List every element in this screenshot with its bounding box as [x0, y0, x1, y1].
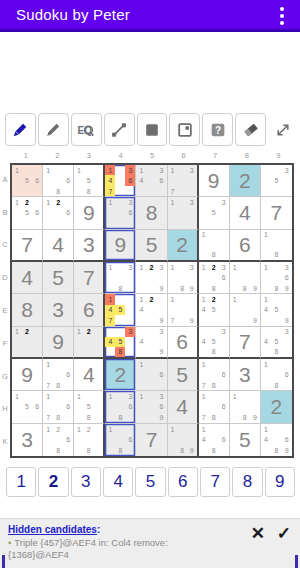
- row-label-E: E: [0, 294, 10, 327]
- panel-corner-mark-left: [2, 555, 5, 568]
- pen-button[interactable]: [5, 113, 36, 146]
- cell-G5[interactable]: 16: [136, 359, 167, 391]
- cell-C6[interactable]: 2: [168, 230, 199, 262]
- candidates: 156: [12, 165, 42, 196]
- candidates: 3458: [261, 327, 292, 357]
- app-screen: Sudoku by Peter EQ? 123456789 ABCDEFGHK …: [0, 0, 300, 568]
- col-label-5: 5: [136, 150, 168, 162]
- candidates: 1346: [136, 165, 166, 196]
- cell-A9[interactable]: 35: [261, 165, 292, 197]
- candidates: 1678: [43, 391, 73, 422]
- cell-A8[interactable]: 2: [230, 165, 261, 197]
- row-label-H: H: [0, 392, 10, 425]
- candidates: 19: [230, 294, 260, 325]
- solved-digit: 8: [136, 197, 166, 228]
- row-label-C: C: [0, 229, 10, 262]
- pen-icon: [11, 121, 29, 139]
- solved-digit: 4: [12, 262, 42, 293]
- cell-H6[interactable]: 4: [168, 391, 199, 423]
- solved-digit: 3: [12, 424, 42, 456]
- cell-C7[interactable]: 18: [199, 230, 230, 262]
- solved-digit: 9: [105, 230, 135, 260]
- cell-H7[interactable]: 1678: [199, 391, 230, 423]
- cell-H4[interactable]: 1368: [105, 391, 136, 423]
- cell-E2[interactable]: 3: [43, 294, 74, 326]
- solved-digit: 7: [230, 327, 260, 357]
- candidates: 1468: [199, 424, 229, 456]
- cell-F5[interactable]: 349: [136, 327, 167, 359]
- cell-E6[interactable]: 179: [168, 294, 199, 326]
- candidates: 1678: [43, 359, 73, 390]
- cell-K3[interactable]: 128: [74, 424, 105, 456]
- cell-G1[interactable]: 9: [12, 359, 43, 391]
- cell-F7[interactable]: 3458: [199, 327, 230, 359]
- row-label-F: F: [0, 327, 10, 360]
- solved-digit: 4: [74, 359, 103, 390]
- header-bar: Sudoku by Peter: [0, 0, 300, 32]
- candidates: 128: [74, 424, 103, 456]
- cell-G9[interactable]: 168: [261, 359, 292, 391]
- pencil-button[interactable]: [38, 113, 69, 146]
- cell-color-button[interactable]: [137, 113, 168, 146]
- cell-B9[interactable]: 7: [261, 197, 292, 229]
- cell-D8[interactable]: 189: [230, 262, 261, 294]
- candidates: 158: [74, 165, 103, 196]
- number-pad: 123456789: [6, 467, 295, 497]
- cell-G4[interactable]: 2: [105, 359, 136, 391]
- cell-G6[interactable]: 5: [168, 359, 199, 391]
- solved-digit: 7: [12, 230, 42, 260]
- candidates: 35: [199, 197, 229, 228]
- candidates: 349: [136, 327, 166, 357]
- col-label-7: 7: [199, 150, 231, 162]
- cell-K2[interactable]: 1268: [43, 424, 74, 456]
- find-button[interactable]: EQ: [71, 113, 102, 146]
- candidates: 168: [105, 424, 135, 456]
- cell-A4[interactable]: 13467: [105, 165, 136, 197]
- pencil-icon: [44, 121, 62, 139]
- cell-K6[interactable]: 189: [168, 424, 199, 456]
- solved-digit: 2: [168, 230, 197, 260]
- candidates: 137: [168, 165, 197, 196]
- cell-H1[interactable]: 156: [12, 391, 43, 423]
- row-label-B: B: [0, 196, 10, 229]
- solved-digit: 4: [168, 391, 197, 422]
- hint-bullet: •: [8, 537, 11, 548]
- help-button[interactable]: ?: [202, 113, 233, 146]
- header-accent-strip: [0, 29, 300, 32]
- cell-A1[interactable]: 156: [12, 165, 43, 197]
- cell-H9[interactable]: 2: [261, 391, 292, 423]
- solved-digit: 7: [136, 424, 166, 456]
- chain-line-icon: [110, 121, 128, 139]
- filled-square-icon: [143, 121, 161, 139]
- cell-A2[interactable]: 168: [43, 165, 74, 197]
- solved-digit: 9: [43, 327, 73, 357]
- cell-D4[interactable]: 138: [105, 262, 136, 294]
- hint-technique: Hidden candidates:: [8, 524, 100, 535]
- digit-button-2[interactable]: 2: [38, 467, 68, 497]
- candidates: 13467: [105, 165, 135, 196]
- kebab-menu-icon[interactable]: [272, 4, 292, 28]
- cell-B1[interactable]: 1256: [12, 197, 43, 229]
- solved-digit: 9: [12, 359, 42, 390]
- reject-hint-icon[interactable]: ✕: [251, 525, 265, 542]
- cell-F9[interactable]: 3458: [261, 327, 292, 359]
- cell-B7[interactable]: 35: [199, 197, 230, 229]
- solved-digit: 9: [199, 165, 229, 196]
- cell-K9[interactable]: 14689: [261, 424, 292, 456]
- candidates: 179: [168, 294, 197, 325]
- solved-digit: 7: [74, 262, 103, 293]
- cell-E3[interactable]: 6: [74, 294, 105, 326]
- corner-square-icon: [176, 121, 194, 139]
- cell-G3[interactable]: 4: [74, 359, 105, 391]
- cell-K4[interactable]: 168: [105, 424, 136, 456]
- accept-hint-icon[interactable]: ✓: [277, 525, 291, 542]
- solved-digit: 3: [43, 294, 73, 325]
- col-label-6: 6: [168, 150, 200, 162]
- cell-F4[interactable]: 3458: [105, 327, 136, 359]
- cell-E1[interactable]: 8: [12, 294, 43, 326]
- cell-D3[interactable]: 7: [74, 262, 105, 294]
- candidates: 158: [74, 391, 103, 422]
- solved-digit: 6: [230, 230, 260, 260]
- candidates: 126: [43, 197, 73, 228]
- col-label-9: 9: [263, 150, 295, 162]
- cell-D5[interactable]: 1239: [136, 262, 167, 294]
- solved-digit: 6: [168, 327, 197, 357]
- candidates: 1249: [136, 294, 166, 325]
- candidates: 3458: [199, 327, 229, 357]
- col-label-1: 1: [10, 150, 42, 162]
- col-label-4: 4: [105, 150, 137, 162]
- cell-A3[interactable]: 158: [74, 165, 105, 197]
- cell-G8[interactable]: 3: [230, 359, 261, 391]
- corner-mark-button[interactable]: [169, 113, 200, 146]
- col-label-8: 8: [231, 150, 263, 162]
- cell-E7[interactable]: 1245: [199, 294, 230, 326]
- candidates: 1389: [168, 262, 197, 293]
- hint-panel: Hidden candidates: •Triple {457}@AEF4 in…: [0, 518, 300, 568]
- cell-E9[interactable]: 1459: [261, 294, 292, 326]
- cell-E8[interactable]: 19: [230, 294, 261, 326]
- cell-D6[interactable]: 1389: [168, 262, 199, 294]
- cell-B6[interactable]: 13: [168, 197, 199, 229]
- cell-F3[interactable]: 12: [74, 327, 105, 359]
- candidates: 189: [230, 262, 260, 293]
- cell-C2[interactable]: 4: [43, 230, 74, 262]
- digit-button-7[interactable]: 7: [200, 467, 230, 497]
- cell-H5[interactable]: 1369: [136, 391, 167, 423]
- candidates: 1268: [43, 424, 73, 456]
- cell-D7[interactable]: 12368: [199, 262, 230, 294]
- hint-technique-link[interactable]: Hidden candidates: [8, 524, 97, 535]
- solved-digit: 7: [261, 197, 292, 228]
- cell-A7[interactable]: 9: [199, 165, 230, 197]
- candidates: 14689: [261, 424, 292, 456]
- candidates: 13689: [261, 262, 292, 293]
- eraser-button[interactable]: [235, 113, 266, 146]
- cell-D2[interactable]: 5: [43, 262, 74, 294]
- row-label-K: K: [0, 425, 10, 458]
- candidates: 1245: [199, 294, 229, 325]
- cell-C4[interactable]: 9: [105, 230, 136, 262]
- candidates: 35: [261, 165, 292, 196]
- cell-D9[interactable]: 13689: [261, 262, 292, 294]
- digit-button-6[interactable]: 6: [168, 467, 198, 497]
- cell-B3[interactable]: 9: [74, 197, 105, 229]
- svg-text:?: ?: [215, 124, 221, 135]
- cell-G2[interactable]: 1678: [43, 359, 74, 391]
- expand-button[interactable]: [268, 113, 297, 146]
- cell-F6[interactable]: 6: [168, 327, 199, 359]
- solved-digit: 5: [230, 424, 260, 456]
- cell-K7[interactable]: 1468: [199, 424, 230, 456]
- candidates: 12: [74, 327, 103, 357]
- candidates: 16: [136, 359, 166, 390]
- cell-A6[interactable]: 137: [168, 165, 199, 197]
- candidates: 12368: [199, 262, 229, 293]
- question-icon: ?: [209, 121, 227, 139]
- solved-digit: 4: [43, 230, 73, 260]
- candidates: 13: [168, 197, 197, 228]
- cell-A5[interactable]: 1346: [136, 165, 167, 197]
- candidates: 18: [261, 230, 292, 260]
- solved-digit: 3: [230, 359, 260, 390]
- cell-C9[interactable]: 18: [261, 230, 292, 262]
- solved-digit: 4: [230, 197, 260, 228]
- col-label-2: 2: [42, 150, 74, 162]
- candidates: 1369: [136, 391, 166, 422]
- cell-K8[interactable]: 5: [230, 424, 261, 456]
- cell-C8[interactable]: 6: [230, 230, 261, 262]
- cell-F2[interactable]: 9: [43, 327, 74, 359]
- cell-E4[interactable]: 1457: [105, 294, 136, 326]
- solved-digit: 5: [136, 230, 166, 260]
- cell-G7[interactable]: 1678: [199, 359, 230, 391]
- candidates: 138: [105, 262, 135, 293]
- candidates: 1368: [105, 391, 135, 422]
- row-label-G: G: [0, 360, 10, 393]
- expand-arrows-icon: [274, 121, 292, 139]
- app-title: Sudoku by Peter: [16, 6, 130, 23]
- cell-D1[interactable]: 4: [12, 262, 43, 294]
- solved-digit: 6: [74, 294, 103, 325]
- cell-E5[interactable]: 1249: [136, 294, 167, 326]
- solved-digit: 8: [12, 294, 42, 325]
- cell-B5[interactable]: 8: [136, 197, 167, 229]
- cell-B8[interactable]: 4: [230, 197, 261, 229]
- cell-F1[interactable]: 12: [12, 327, 43, 359]
- cell-F8[interactable]: 7: [230, 327, 261, 359]
- candidates: 189: [168, 424, 197, 456]
- cell-K5[interactable]: 7: [136, 424, 167, 456]
- cell-C3[interactable]: 3: [74, 230, 105, 262]
- candidates: 1256: [12, 197, 42, 228]
- solved-digit: 2: [105, 359, 135, 390]
- solved-digit: 5: [168, 359, 197, 390]
- row-label-D: D: [0, 261, 10, 294]
- cell-H3[interactable]: 158: [74, 391, 105, 423]
- find-eq-icon: EQ: [76, 121, 96, 139]
- panel-corner-mark-right: [295, 555, 298, 568]
- chain-button[interactable]: [104, 113, 135, 146]
- cell-B4[interactable]: 136: [105, 197, 136, 229]
- solved-digit: 9: [74, 197, 103, 228]
- candidates: 18: [199, 230, 229, 260]
- digit-button-8[interactable]: 8: [232, 467, 262, 497]
- digit-button-5[interactable]: 5: [135, 467, 165, 497]
- candidates: 189: [230, 391, 260, 422]
- solved-digit: 2: [230, 165, 260, 196]
- candidates: 168: [261, 359, 292, 390]
- digit-button-3[interactable]: 3: [71, 467, 101, 497]
- solved-digit: 3: [74, 230, 103, 260]
- hint-description: •Triple {457}@AEF4 in: Col4 remove: {136…: [8, 537, 198, 560]
- candidates: 1239: [136, 262, 166, 293]
- solved-digit: 5: [43, 262, 73, 293]
- digit-button-1[interactable]: 1: [6, 467, 36, 497]
- eraser-icon: [242, 121, 260, 139]
- row-label-A: A: [0, 163, 10, 196]
- cell-B2[interactable]: 126: [43, 197, 74, 229]
- toolbar: EQ?: [5, 113, 297, 146]
- cell-H2[interactable]: 1678: [43, 391, 74, 423]
- digit-button-4[interactable]: 4: [103, 467, 133, 497]
- cell-H8[interactable]: 189: [230, 391, 261, 423]
- sudoku-board: 1561681581346713461379235125612691368133…: [10, 163, 294, 458]
- candidates: 1678: [199, 391, 229, 422]
- digit-button-9[interactable]: 9: [265, 467, 295, 497]
- candidates: 12: [12, 327, 42, 357]
- solved-digit: 2: [261, 391, 292, 422]
- candidates: 136: [105, 197, 135, 228]
- cell-K1[interactable]: 3: [12, 424, 43, 456]
- candidates: 1459: [261, 294, 292, 325]
- candidates: 168: [43, 165, 73, 196]
- column-labels: 123456789: [10, 150, 294, 162]
- candidates: 3458: [105, 327, 135, 357]
- cell-C1[interactable]: 7: [12, 230, 43, 262]
- col-label-3: 3: [73, 150, 105, 162]
- candidates: 156: [12, 391, 42, 422]
- candidates: 1457: [105, 294, 135, 325]
- candidates: 1678: [199, 359, 229, 390]
- row-labels: ABCDEFGHK: [0, 163, 10, 458]
- cell-C5[interactable]: 5: [136, 230, 167, 262]
